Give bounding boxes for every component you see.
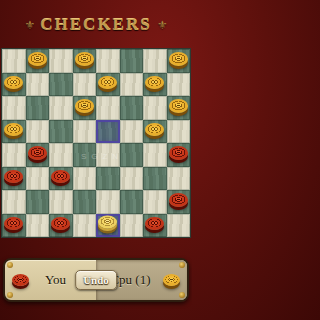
square-r2c0[interactable] bbox=[2, 96, 26, 120]
square-r4c7[interactable] bbox=[167, 143, 191, 167]
gold-man[interactable] bbox=[4, 76, 23, 90]
square-r3c7[interactable] bbox=[167, 120, 191, 144]
square-r1c3[interactable] bbox=[73, 73, 97, 97]
square-r2c5[interactable] bbox=[120, 96, 144, 120]
square-r1c1[interactable] bbox=[26, 73, 50, 97]
status-bar: You Cpu (1) Undo bbox=[3, 258, 189, 302]
square-r2c7[interactable] bbox=[167, 96, 191, 120]
square-r4c6[interactable] bbox=[143, 143, 167, 167]
square-r3c1[interactable] bbox=[26, 120, 50, 144]
bar-corner-ornament-icon bbox=[7, 292, 13, 298]
app-title: CHECKERS bbox=[40, 15, 151, 35]
title-bar: ⚜ CHECKERS ⚜ bbox=[0, 6, 192, 44]
square-r1c0[interactable] bbox=[2, 73, 26, 97]
gold-man[interactable] bbox=[4, 123, 23, 137]
square-r2c4[interactable] bbox=[96, 96, 120, 120]
red-checker-icon bbox=[12, 274, 29, 286]
square-r7c1[interactable] bbox=[26, 214, 50, 238]
square-r2c2[interactable] bbox=[49, 96, 73, 120]
square-r0c7[interactable] bbox=[167, 49, 191, 73]
square-r7c3[interactable] bbox=[73, 214, 97, 238]
gold-king[interactable] bbox=[98, 215, 117, 229]
checkers-board bbox=[2, 49, 190, 237]
square-r0c3[interactable] bbox=[73, 49, 97, 73]
square-r6c5[interactable] bbox=[120, 190, 144, 214]
red-man[interactable] bbox=[51, 170, 70, 184]
square-r6c1[interactable] bbox=[26, 190, 50, 214]
square-r2c1[interactable] bbox=[26, 96, 50, 120]
square-r1c5[interactable] bbox=[120, 73, 144, 97]
square-r5c1[interactable] bbox=[26, 167, 50, 191]
square-r1c2[interactable] bbox=[49, 73, 73, 97]
undo-button[interactable]: Undo bbox=[75, 270, 117, 290]
square-r1c7[interactable] bbox=[167, 73, 191, 97]
square-r7c2[interactable] bbox=[49, 214, 73, 238]
square-r5c2[interactable] bbox=[49, 167, 73, 191]
square-r7c4[interactable] bbox=[96, 214, 120, 238]
red-man[interactable] bbox=[28, 146, 47, 160]
square-r5c7[interactable] bbox=[167, 167, 191, 191]
square-r3c6[interactable] bbox=[143, 120, 167, 144]
square-r0c6[interactable] bbox=[143, 49, 167, 73]
square-r3c0[interactable] bbox=[2, 120, 26, 144]
square-r0c4[interactable] bbox=[96, 49, 120, 73]
square-r3c5[interactable] bbox=[120, 120, 144, 144]
square-r6c6[interactable] bbox=[143, 190, 167, 214]
red-man[interactable] bbox=[4, 217, 23, 231]
square-r4c1[interactable] bbox=[26, 143, 50, 167]
square-r6c7[interactable] bbox=[167, 190, 191, 214]
square-r1c6[interactable] bbox=[143, 73, 167, 97]
square-r4c0[interactable] bbox=[2, 143, 26, 167]
square-r3c3[interactable] bbox=[73, 120, 97, 144]
square-r3c4[interactable] bbox=[96, 120, 120, 144]
red-man[interactable] bbox=[169, 193, 188, 207]
square-r7c6[interactable] bbox=[143, 214, 167, 238]
gold-man[interactable] bbox=[28, 52, 47, 66]
bar-corner-ornament-icon bbox=[179, 292, 185, 298]
red-man[interactable] bbox=[4, 170, 23, 184]
red-man[interactable] bbox=[145, 217, 164, 231]
gold-man[interactable] bbox=[98, 76, 117, 90]
gold-checker-icon bbox=[163, 274, 180, 286]
square-r6c2[interactable] bbox=[49, 190, 73, 214]
gold-man[interactable] bbox=[75, 52, 94, 66]
square-r6c0[interactable] bbox=[2, 190, 26, 214]
square-r0c5[interactable] bbox=[120, 49, 144, 73]
square-r6c3[interactable] bbox=[73, 190, 97, 214]
square-r3c2[interactable] bbox=[49, 120, 73, 144]
square-r0c1[interactable] bbox=[26, 49, 50, 73]
red-man[interactable] bbox=[51, 217, 70, 231]
square-r7c0[interactable] bbox=[2, 214, 26, 238]
watermark: SGZN bbox=[64, 152, 140, 161]
gold-man[interactable] bbox=[75, 99, 94, 113]
fleur-ornament-left-icon: ⚜ bbox=[25, 18, 36, 33]
gold-man[interactable] bbox=[145, 76, 164, 90]
red-man[interactable] bbox=[169, 146, 188, 160]
fleur-ornament-right-icon: ⚜ bbox=[157, 18, 168, 33]
square-r1c4[interactable] bbox=[96, 73, 120, 97]
square-r5c4[interactable] bbox=[96, 167, 120, 191]
square-r7c7[interactable] bbox=[167, 214, 191, 238]
square-r5c5[interactable] bbox=[120, 167, 144, 191]
square-r2c3[interactable] bbox=[73, 96, 97, 120]
bar-corner-ornament-icon bbox=[179, 262, 185, 268]
square-r6c4[interactable] bbox=[96, 190, 120, 214]
square-r0c0[interactable] bbox=[2, 49, 26, 73]
square-r0c2[interactable] bbox=[49, 49, 73, 73]
square-r2c6[interactable] bbox=[143, 96, 167, 120]
square-r5c0[interactable] bbox=[2, 167, 26, 191]
square-r5c3[interactable] bbox=[73, 167, 97, 191]
square-r5c6[interactable] bbox=[143, 167, 167, 191]
square-r7c5[interactable] bbox=[120, 214, 144, 238]
gold-man[interactable] bbox=[169, 52, 188, 66]
gold-man[interactable] bbox=[145, 123, 164, 137]
gold-man[interactable] bbox=[169, 99, 188, 113]
bar-corner-ornament-icon bbox=[7, 262, 13, 268]
